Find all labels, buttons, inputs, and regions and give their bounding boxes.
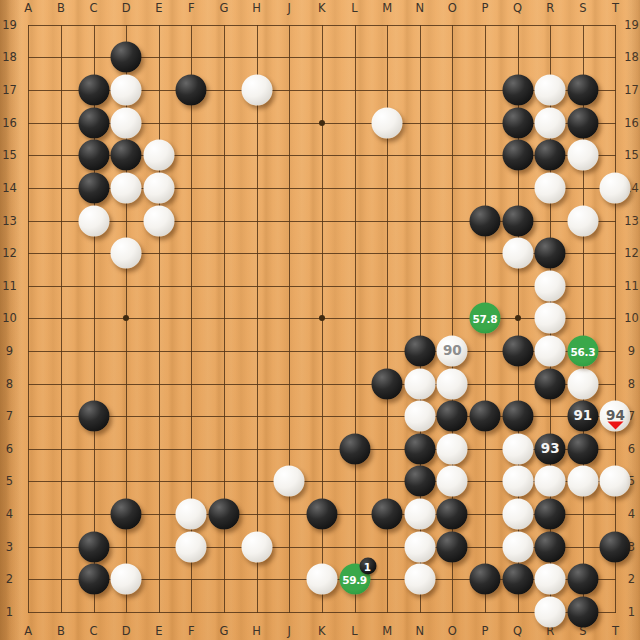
stone-P7 bbox=[469, 401, 500, 432]
coord-label-right: 8 bbox=[628, 377, 635, 391]
coord-label-left: 16 bbox=[2, 116, 17, 130]
stone-O6 bbox=[437, 433, 468, 464]
coord-label-right: 12 bbox=[624, 246, 639, 260]
coord-label-bottom: Q bbox=[513, 624, 522, 638]
stone-R5 bbox=[535, 466, 566, 497]
coord-label-bottom: T bbox=[612, 624, 619, 638]
stone-Q5 bbox=[502, 466, 533, 497]
stone-R1 bbox=[535, 596, 566, 627]
coord-label-right: 15 bbox=[624, 148, 639, 162]
stone-S13 bbox=[567, 205, 598, 236]
coord-label-left: 4 bbox=[6, 507, 13, 521]
stone-R4 bbox=[535, 499, 566, 530]
stone-C15 bbox=[78, 140, 109, 171]
go-board[interactable]: AABBCCDDEEFFGGHHJJKKLLMMNNOOPPQQRRSSTT19… bbox=[0, 0, 640, 640]
coord-label-left: 11 bbox=[2, 279, 17, 293]
stone-S1 bbox=[567, 596, 598, 627]
stone-R2 bbox=[535, 564, 566, 595]
stone-H17 bbox=[241, 75, 272, 106]
coord-label-top: A bbox=[24, 1, 32, 15]
stone-O4 bbox=[437, 499, 468, 530]
win-rate-value: 57.8 bbox=[473, 312, 498, 324]
hint-rank-badge: 1 bbox=[359, 558, 376, 575]
stone-F3 bbox=[176, 531, 207, 562]
stone-L6 bbox=[339, 433, 370, 464]
stone-D4 bbox=[111, 499, 142, 530]
stone-C3 bbox=[78, 531, 109, 562]
coord-label-top: B bbox=[57, 1, 65, 15]
coord-label-right: 19 bbox=[624, 18, 639, 32]
coord-label-top: C bbox=[90, 1, 98, 15]
stone-K2 bbox=[306, 564, 337, 595]
stone-O7 bbox=[437, 401, 468, 432]
stone-M4 bbox=[372, 499, 403, 530]
stone-T3 bbox=[600, 531, 631, 562]
coord-label-bottom: L bbox=[351, 624, 357, 638]
coord-label-left: 10 bbox=[2, 311, 17, 325]
stone-R15 bbox=[535, 140, 566, 171]
stone-R6: 93 bbox=[535, 433, 566, 464]
stone-C2 bbox=[78, 564, 109, 595]
coord-label-left: 7 bbox=[6, 409, 13, 423]
stone-Q6 bbox=[502, 433, 533, 464]
coord-label-left: 6 bbox=[6, 442, 13, 456]
coord-label-left: 12 bbox=[2, 246, 17, 260]
coord-label-right: 13 bbox=[624, 214, 639, 228]
win-rate-value: 56.3 bbox=[570, 345, 595, 357]
stone-D17 bbox=[111, 75, 142, 106]
coord-label-right: 4 bbox=[628, 507, 635, 521]
stone-E14 bbox=[143, 172, 174, 203]
stone-D12 bbox=[111, 238, 142, 269]
stone-Q13 bbox=[502, 205, 533, 236]
move-number: 90 bbox=[443, 343, 462, 357]
coord-label-right: 17 bbox=[624, 83, 639, 97]
stone-F17 bbox=[176, 75, 207, 106]
coord-label-bottom: G bbox=[220, 624, 229, 638]
coord-label-left: 19 bbox=[2, 18, 17, 32]
stone-D16 bbox=[111, 107, 142, 138]
coord-label-top: Q bbox=[513, 1, 522, 15]
coord-label-top: R bbox=[546, 1, 554, 15]
stone-R12 bbox=[535, 238, 566, 269]
stone-N9 bbox=[404, 336, 435, 367]
coord-label-bottom: A bbox=[24, 624, 32, 638]
stone-N4 bbox=[404, 499, 435, 530]
stone-O3 bbox=[437, 531, 468, 562]
stone-D2 bbox=[111, 564, 142, 595]
stone-R16 bbox=[535, 107, 566, 138]
stone-K4 bbox=[306, 499, 337, 530]
coord-label-right: 10 bbox=[624, 311, 639, 325]
coord-label-bottom: N bbox=[415, 624, 424, 638]
coord-label-bottom: P bbox=[482, 624, 489, 638]
coord-label-top: E bbox=[155, 1, 162, 15]
stone-N5 bbox=[404, 466, 435, 497]
stone-M16 bbox=[372, 107, 403, 138]
stone-E13 bbox=[143, 205, 174, 236]
stone-Q7 bbox=[502, 401, 533, 432]
stone-J5 bbox=[274, 466, 305, 497]
star-point bbox=[319, 315, 325, 321]
coord-label-top: L bbox=[351, 1, 357, 15]
stone-Q16 bbox=[502, 107, 533, 138]
stone-T7: 94 bbox=[600, 401, 631, 432]
stone-G4 bbox=[209, 499, 240, 530]
coord-label-top: H bbox=[252, 1, 261, 15]
stone-O8 bbox=[437, 368, 468, 399]
stone-S17 bbox=[567, 75, 598, 106]
win-rate-hint-L2[interactable]: 59.91 bbox=[339, 564, 370, 595]
coord-label-bottom: H bbox=[252, 624, 261, 638]
stone-R9 bbox=[535, 336, 566, 367]
coord-label-right: 6 bbox=[628, 442, 635, 456]
stone-N8 bbox=[404, 368, 435, 399]
stone-O5 bbox=[437, 466, 468, 497]
coord-label-top: K bbox=[318, 1, 326, 15]
stone-R3 bbox=[535, 531, 566, 562]
stone-P2 bbox=[469, 564, 500, 595]
grid-line-horizontal bbox=[28, 384, 616, 385]
last-move-marker bbox=[607, 422, 623, 430]
coord-label-bottom: O bbox=[448, 624, 457, 638]
stone-M8 bbox=[372, 368, 403, 399]
stone-N2 bbox=[404, 564, 435, 595]
stone-S15 bbox=[567, 140, 598, 171]
coord-label-left: 2 bbox=[6, 572, 13, 586]
coord-label-top: S bbox=[579, 1, 586, 15]
coord-label-top: D bbox=[122, 1, 131, 15]
stone-T14 bbox=[600, 172, 631, 203]
coord-label-top: O bbox=[448, 1, 457, 15]
stone-C13 bbox=[78, 205, 109, 236]
stone-C16 bbox=[78, 107, 109, 138]
stone-C7 bbox=[78, 401, 109, 432]
stone-Q12 bbox=[502, 238, 533, 269]
coord-label-right: 9 bbox=[628, 344, 635, 358]
coord-label-top: J bbox=[288, 1, 291, 15]
stone-H3 bbox=[241, 531, 272, 562]
grid-line-vertical bbox=[355, 25, 356, 613]
stone-D18 bbox=[111, 42, 142, 73]
stone-Q3 bbox=[502, 531, 533, 562]
coord-label-bottom: F bbox=[188, 624, 195, 638]
coord-label-right: 2 bbox=[628, 572, 635, 586]
coord-label-left: 17 bbox=[2, 83, 17, 97]
coord-label-left: 1 bbox=[6, 605, 13, 619]
stone-E15 bbox=[143, 140, 174, 171]
win-rate-hint-S9[interactable]: 56.3 bbox=[567, 336, 598, 367]
stone-N6 bbox=[404, 433, 435, 464]
stone-D14 bbox=[111, 172, 142, 203]
win-rate-value: 59.9 bbox=[342, 573, 367, 585]
coord-label-bottom: K bbox=[318, 624, 326, 638]
coord-label-left: 13 bbox=[2, 214, 17, 228]
stone-R14 bbox=[535, 172, 566, 203]
stone-S2 bbox=[567, 564, 598, 595]
grid-line-vertical bbox=[615, 25, 616, 613]
coord-label-top: F bbox=[188, 1, 195, 15]
coord-label-left: 18 bbox=[2, 50, 17, 64]
stone-R10 bbox=[535, 303, 566, 334]
move-number: 93 bbox=[541, 441, 560, 455]
stone-C17 bbox=[78, 75, 109, 106]
coord-label-left: 5 bbox=[6, 474, 13, 488]
stone-R11 bbox=[535, 270, 566, 301]
stone-Q9 bbox=[502, 336, 533, 367]
coord-label-top: P bbox=[482, 1, 489, 15]
coord-label-left: 9 bbox=[6, 344, 13, 358]
stone-N3 bbox=[404, 531, 435, 562]
stone-R17 bbox=[535, 75, 566, 106]
stone-C14 bbox=[78, 172, 109, 203]
stone-S6 bbox=[567, 433, 598, 464]
stone-Q15 bbox=[502, 140, 533, 171]
coord-label-bottom: D bbox=[122, 624, 131, 638]
stone-Q4 bbox=[502, 499, 533, 530]
stone-S16 bbox=[567, 107, 598, 138]
grid-line-horizontal bbox=[28, 612, 616, 613]
coord-label-bottom: B bbox=[57, 624, 65, 638]
stone-Q2 bbox=[502, 564, 533, 595]
stone-R8 bbox=[535, 368, 566, 399]
coord-label-right: 1 bbox=[628, 605, 635, 619]
move-number: 94 bbox=[606, 408, 625, 422]
stone-S7: 91 bbox=[567, 401, 598, 432]
coord-label-left: 14 bbox=[2, 181, 17, 195]
coord-label-top: N bbox=[415, 1, 424, 15]
coord-label-top: G bbox=[220, 1, 229, 15]
stone-Q17 bbox=[502, 75, 533, 106]
coord-label-bottom: J bbox=[288, 624, 291, 638]
star-point bbox=[319, 120, 325, 126]
coord-label-left: 8 bbox=[6, 377, 13, 391]
coord-label-right: 11 bbox=[624, 279, 639, 293]
star-point bbox=[123, 315, 129, 321]
coord-label-bottom: M bbox=[382, 624, 392, 638]
move-number: 91 bbox=[573, 408, 592, 422]
coord-label-right: 18 bbox=[624, 50, 639, 64]
coord-label-left: 15 bbox=[2, 148, 17, 162]
stone-O9: 90 bbox=[437, 336, 468, 367]
win-rate-hint-P10[interactable]: 57.8 bbox=[469, 303, 500, 334]
coord-label-bottom: C bbox=[90, 624, 98, 638]
stone-T5 bbox=[600, 466, 631, 497]
stone-S5 bbox=[567, 466, 598, 497]
stone-S8 bbox=[567, 368, 598, 399]
coord-label-left: 3 bbox=[6, 540, 13, 554]
star-point bbox=[515, 315, 521, 321]
stone-D15 bbox=[111, 140, 142, 171]
coord-label-top: M bbox=[382, 1, 392, 15]
stone-F4 bbox=[176, 499, 207, 530]
stone-N7 bbox=[404, 401, 435, 432]
coord-label-top: T bbox=[612, 1, 619, 15]
coord-label-bottom: E bbox=[155, 624, 162, 638]
stone-P13 bbox=[469, 205, 500, 236]
coord-label-right: 16 bbox=[624, 116, 639, 130]
